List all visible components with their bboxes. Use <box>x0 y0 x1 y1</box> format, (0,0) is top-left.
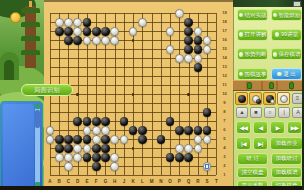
small-stone-icon <box>256 99 261 104</box>
black-stone-Q6 <box>184 126 193 135</box>
black-stone-N5 <box>157 135 166 144</box>
row-label: 4 <box>220 146 229 150</box>
black-stone-C4 <box>64 144 73 153</box>
menu-button-2[interactable]: 智能鼓励 <box>271 9 302 21</box>
button-icon <box>239 52 244 57</box>
action-button-2[interactable]: 加载研讨 <box>271 153 302 165</box>
pagoda-roof-icon <box>21 36 40 41</box>
white-stone-A6 <box>46 126 55 135</box>
menu-button-3[interactable]: 打开讲解 <box>237 29 268 41</box>
white-stone-F16 <box>92 36 101 45</box>
board-gridline-vertical <box>142 13 143 175</box>
black-stone-D7 <box>73 117 82 126</box>
pagoda-finial-icon <box>29 1 32 7</box>
action-button-4[interactable]: 加载棋谱 <box>271 167 302 179</box>
nav-button-5[interactable]: |◀ <box>236 137 251 150</box>
nav-button-6[interactable]: ▶| <box>253 137 268 150</box>
black-stone-O3 <box>166 153 175 162</box>
black-stone-Q17 <box>184 27 193 36</box>
menu-button-label: 退 出 <box>283 71 296 78</box>
black-stone-Q18 <box>184 18 193 27</box>
button-icon <box>273 13 278 18</box>
white-stone-D18 <box>73 18 82 27</box>
row-label: 7 <box>220 119 229 123</box>
black-stone-D16 <box>73 36 82 45</box>
white-stone-R17 <box>194 27 203 36</box>
white-stone-P14 <box>175 54 184 63</box>
white-stone-E6 <box>83 126 92 135</box>
window-right-edge <box>302 0 304 190</box>
menu-button-label: 形势判断 <box>245 51 267 58</box>
column-label: S <box>203 180 212 185</box>
black-stone-Q16 <box>184 36 193 45</box>
white-stone-R5 <box>194 135 203 144</box>
row-label: 14 <box>220 56 229 60</box>
black-stone-R6 <box>194 126 203 135</box>
sprout-tag-icon <box>289 82 294 89</box>
annotate-tool-▲[interactable]: ▲ <box>236 107 248 118</box>
black-stone-O7 <box>166 117 175 126</box>
black-stone-G5 <box>101 135 110 144</box>
annotate-tool-○[interactable]: ○ <box>264 107 276 118</box>
menu-button-label: 智能鼓励 <box>279 12 301 19</box>
column-label: N <box>156 180 165 185</box>
chat-panel <box>0 101 43 190</box>
white-stone-L18 <box>138 18 147 27</box>
black-stone-tile[interactable] <box>235 92 248 105</box>
white-stone-C3 <box>64 153 73 162</box>
black-stone-B4 <box>55 144 64 153</box>
button-icon <box>239 13 244 18</box>
scroll-up-icon[interactable] <box>35 104 40 109</box>
annotate-tool-∣[interactable]: ∣ <box>278 107 290 118</box>
white-stone-tile[interactable] <box>277 92 290 105</box>
menu-button-label: 打开讲解 <box>245 31 267 38</box>
black-stone-S8 <box>203 108 212 117</box>
row-label: 1 <box>220 173 229 177</box>
column-label: C <box>64 180 73 185</box>
sprout-tag-icon <box>247 82 252 89</box>
wooden-shelf <box>233 80 304 91</box>
black-white-stone-tile[interactable] <box>263 92 276 105</box>
white-stone-H17 <box>110 27 119 36</box>
column-label: J <box>119 180 128 185</box>
app-window: ABCDEFGHJKLMNOPQRST191817161514131211109… <box>0 0 304 190</box>
white-stone-S16 <box>203 36 212 45</box>
white-black-stone-tile[interactable] <box>249 92 262 105</box>
white-stone-R14 <box>194 54 203 63</box>
white-stone-K17 <box>129 27 138 36</box>
row-label: 17 <box>220 29 229 33</box>
garden-arch-opening-icon <box>4 60 14 80</box>
row-label: 11 <box>220 83 229 87</box>
black-stone-S6 <box>203 126 212 135</box>
board-gridline-vertical <box>170 13 171 175</box>
row-label: 8 <box>220 110 229 114</box>
chat-scrollbar-thumb[interactable] <box>35 110 40 128</box>
pagoda-roof-icon <box>21 50 40 55</box>
column-label: H <box>110 180 119 185</box>
black-stone-E18 <box>83 18 92 27</box>
button-icon <box>239 72 244 77</box>
white-stone-G16 <box>101 36 110 45</box>
row-label: 10 <box>220 92 229 96</box>
row-label: 19 <box>220 11 229 15</box>
nav-button-4[interactable]: ▶▶ <box>287 121 302 134</box>
row-label: 16 <box>220 38 229 42</box>
black-stone-F3 <box>92 153 101 162</box>
row-label: 12 <box>220 74 229 78</box>
black-stone-E17 <box>83 27 92 36</box>
board-gridline-horizontal <box>50 112 216 113</box>
nav-button-3[interactable]: ▶ <box>270 121 285 134</box>
column-label: R <box>193 180 202 185</box>
action-button-3[interactable]: 清空棋盘 <box>237 167 268 179</box>
white-stone-H16 <box>110 36 119 45</box>
white-stone-Q4 <box>184 144 193 153</box>
black-stone-G7 <box>101 117 110 126</box>
window-control-icon[interactable] <box>293 1 301 7</box>
white-stone-R4 <box>194 144 203 153</box>
board-gridline-vertical <box>152 13 153 175</box>
position-recognize-button[interactable]: 局面识别 <box>21 84 73 96</box>
column-label: Q <box>184 180 193 185</box>
row-label: 15 <box>220 47 229 51</box>
white-stone-O15 <box>166 45 175 54</box>
pagoda-roof-icon <box>21 22 40 27</box>
black-stone-E5 <box>83 135 92 144</box>
column-label: K <box>129 180 138 185</box>
hoshi-point <box>76 93 79 96</box>
white-stone-A5 <box>46 135 55 144</box>
black-stone-G17 <box>101 27 110 36</box>
white-stone-H3 <box>110 153 119 162</box>
nav-button-2[interactable]: ◀ <box>253 121 268 134</box>
menu-button-label: 99讲堂 <box>281 31 298 38</box>
white-stone-P19 <box>175 9 184 18</box>
menu-button-7[interactable]: 围棋故事 <box>237 68 268 80</box>
white-stone-D17 <box>73 27 82 36</box>
black-stone-E7 <box>83 117 92 126</box>
action-button-1[interactable]: 研 讨 <box>237 153 268 165</box>
gold-badge-icon <box>10 12 21 23</box>
column-label: L <box>138 180 147 185</box>
column-label: B <box>55 180 64 185</box>
column-label: M <box>147 180 156 185</box>
black-stone-F4 <box>92 144 101 153</box>
menu-button-5[interactable]: 形势判断 <box>237 48 268 60</box>
load-homework-button[interactable]: 加载作业 <box>270 137 303 150</box>
annotate-tool-■[interactable]: ■ <box>250 107 262 118</box>
column-label: F <box>92 180 101 185</box>
black-stone-E3 <box>83 153 92 162</box>
black-stone-K6 <box>129 126 138 135</box>
menu-button-1[interactable]: 结对实战 <box>237 9 268 21</box>
white-stone-F5 <box>92 135 101 144</box>
black-stone-P6 <box>175 126 184 135</box>
black-stone-J7 <box>120 117 129 126</box>
nav-button-1[interactable]: ◀◀ <box>236 121 251 134</box>
black-stone-C5 <box>64 135 73 144</box>
column-label: E <box>82 180 91 185</box>
column-label: P <box>175 180 184 185</box>
chat-panel-content <box>3 104 34 187</box>
white-stone-icon <box>280 95 288 103</box>
black-stone-F7 <box>92 117 101 126</box>
board-gridline-vertical <box>216 13 217 175</box>
board-gridline-horizontal <box>50 175 216 176</box>
board-gridline-horizontal <box>50 166 216 167</box>
black-stone-icon <box>238 95 246 103</box>
black-stone-Q15 <box>184 45 193 54</box>
white-stone-D4 <box>73 144 82 153</box>
black-stone-Q3 <box>184 153 193 162</box>
white-stone-S5 <box>203 135 212 144</box>
row-label: 3 <box>220 155 229 159</box>
row-label: 6 <box>220 128 229 132</box>
white-stone-P4 <box>175 144 184 153</box>
menu-button-4[interactable]: 99讲堂 <box>271 29 302 41</box>
black-stone-B5 <box>55 135 64 144</box>
black-stone-L5 <box>138 135 147 144</box>
white-stone-C2 <box>64 162 73 171</box>
white-stone-J5 <box>120 135 129 144</box>
column-label: O <box>166 180 175 185</box>
window-top-edge <box>38 0 233 2</box>
control-panel: 结对实战智能鼓励打开讲解99讲堂形势判断保存棋谱围棋故事退 出≡▲■○∣A◀◀◀… <box>233 0 304 190</box>
menu-button-6[interactable]: 保存棋谱 <box>271 48 302 60</box>
row-label: 5 <box>220 137 229 141</box>
hoshi-point <box>187 93 190 96</box>
menu-button-label: 结对实战 <box>245 12 267 19</box>
black-stone-G4 <box>101 144 110 153</box>
black-stone-R16 <box>194 36 203 45</box>
menu-button-8[interactable]: 退 出 <box>271 68 302 80</box>
row-label: 9 <box>220 101 229 105</box>
black-stone-C16 <box>64 36 73 45</box>
last-move-marker-icon <box>205 164 210 169</box>
black-stone-B17 <box>55 27 64 36</box>
black-stone-P3 <box>175 153 184 162</box>
column-label: G <box>101 180 110 185</box>
menu-button-label: 围棋故事 <box>245 71 267 78</box>
white-stone-Q14 <box>184 54 193 63</box>
pagoda-roof-icon <box>21 8 40 13</box>
black-stone-F2 <box>92 162 101 171</box>
black-stone-F17 <box>92 27 101 36</box>
black-stone-C17 <box>64 27 73 36</box>
button-icon <box>273 52 278 57</box>
row-label: 2 <box>220 164 229 168</box>
white-stone-H2 <box>110 162 119 171</box>
black-stone-G3 <box>101 153 110 162</box>
button-icon <box>275 32 280 37</box>
black-stone-L6 <box>138 126 147 135</box>
black-stone-D5 <box>73 135 82 144</box>
small-stone-icon <box>270 99 275 104</box>
white-stone-S15 <box>203 45 212 54</box>
white-stone-B3 <box>55 153 64 162</box>
board-gridline-horizontal <box>50 103 216 104</box>
white-stone-G6 <box>101 126 110 135</box>
white-stone-B18 <box>55 18 64 27</box>
board-gridline-vertical <box>161 13 162 175</box>
button-icon <box>277 72 282 77</box>
black-stone-R13 <box>194 63 203 72</box>
white-stone-D3 <box>73 153 82 162</box>
column-label: T <box>212 180 221 185</box>
window-title-strip <box>233 0 304 7</box>
white-stone-O17 <box>166 27 175 36</box>
button-icon <box>239 32 244 37</box>
white-stone-E4 <box>83 144 92 153</box>
sprout-tag-icon <box>269 82 274 89</box>
white-stone-F6 <box>92 126 101 135</box>
menu-button-label: 保存棋谱 <box>279 51 301 58</box>
column-label: A <box>46 180 55 185</box>
column-label: D <box>73 180 82 185</box>
white-stone-H5 <box>110 135 119 144</box>
white-stone-E16 <box>83 36 92 45</box>
black-stone-R15 <box>194 45 203 54</box>
window-bottom-edge <box>0 186 304 190</box>
white-stone-C18 <box>64 18 73 27</box>
row-label: 13 <box>220 65 229 69</box>
row-label: 18 <box>220 20 229 24</box>
